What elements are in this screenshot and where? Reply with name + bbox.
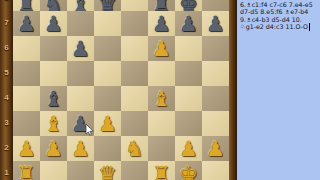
square-h4[interactable] — [202, 86, 229, 111]
square-b1[interactable] — [40, 161, 67, 180]
square-h3[interactable] — [202, 111, 229, 136]
square-d8[interactable]: ♛ — [94, 0, 121, 11]
square-d6[interactable] — [94, 36, 121, 61]
square-b2[interactable]: ♟ — [40, 136, 67, 161]
black-pawn-g7[interactable]: ♟ — [175, 11, 202, 36]
white-pawn-a2[interactable]: ♟ — [13, 136, 40, 161]
move-text: ♘g1-e2 d4:c3 11.O-O — [240, 23, 308, 30]
rank-label-7: 7 — [0, 18, 13, 28]
square-g3[interactable] — [175, 111, 202, 136]
square-a4[interactable] — [13, 86, 40, 111]
rank-label-6: 6 — [0, 43, 13, 53]
move-text: 9.♗c4-b3 d5-d4 10. — [240, 16, 302, 23]
square-e5[interactable] — [121, 61, 148, 86]
square-c5[interactable] — [67, 61, 94, 86]
white-pawn-f6[interactable]: ♟ — [148, 36, 175, 61]
text-caret — [309, 23, 310, 31]
move-text: 6.♗c1:f4 c7-c6 7.e4-e5 — [240, 1, 313, 8]
move-line: 6.♗c1:f4 c7-c6 7.e4-e5 — [237, 0, 320, 8]
square-b3[interactable]: ♝ — [40, 111, 67, 136]
square-d4[interactable] — [94, 86, 121, 111]
square-d2[interactable] — [94, 136, 121, 161]
move-list[interactable]: 6.♗c1:f4 c7-c6 7.e4-e5 d7-d5 8.e5:f6 ♗e7… — [237, 0, 320, 180]
square-b5[interactable] — [40, 61, 67, 86]
square-g4[interactable] — [175, 86, 202, 111]
square-c1[interactable] — [67, 161, 94, 180]
chess-app-screen: 8 7 6 5 4 3 2 1 ♜♞♝♛♜♚♟♟♟♟♟♟♟♝♝♝♟♟♟♟♟♞♟♟… — [0, 0, 320, 180]
white-knight-e2[interactable]: ♞ — [121, 136, 148, 161]
white-bishop-f4[interactable]: ♝ — [148, 86, 175, 111]
square-a8[interactable]: ♜ — [13, 0, 40, 11]
rank-label-strip: 8 7 6 5 4 3 2 1 — [0, 0, 13, 180]
square-c6[interactable]: ♟ — [67, 36, 94, 61]
square-e1[interactable] — [121, 161, 148, 180]
square-e6[interactable] — [121, 36, 148, 61]
square-g7[interactable]: ♟ — [175, 11, 202, 36]
white-king-g1[interactable]: ♚ — [175, 161, 202, 180]
square-f2[interactable] — [148, 136, 175, 161]
white-pawn-d3[interactable]: ♟ — [94, 111, 121, 136]
square-e4[interactable] — [121, 86, 148, 111]
square-f8[interactable]: ♜ — [148, 0, 175, 11]
square-c7[interactable] — [67, 11, 94, 36]
rank-label-1: 1 — [0, 168, 13, 178]
square-c2[interactable]: ♟ — [67, 136, 94, 161]
white-bishop-b3[interactable]: ♝ — [40, 111, 67, 136]
rank-label-4: 4 — [0, 93, 13, 103]
square-f5[interactable] — [148, 61, 175, 86]
square-e2[interactable]: ♞ — [121, 136, 148, 161]
square-g1[interactable]: ♚ — [175, 161, 202, 180]
move-line: 9.♗c4-b3 d5-d4 10. — [237, 16, 320, 23]
move-line: ♘g1-e2 d4:c3 11.O-O — [237, 23, 320, 31]
white-pawn-c2[interactable]: ♟ — [67, 136, 94, 161]
black-pawn-f7[interactable]: ♟ — [148, 11, 175, 36]
square-h1[interactable] — [202, 161, 229, 180]
mouse-cursor-icon — [85, 124, 94, 136]
square-e3[interactable] — [121, 111, 148, 136]
board-wood-edge — [229, 0, 237, 180]
square-d7[interactable] — [94, 11, 121, 36]
square-d3[interactable]: ♟ — [94, 111, 121, 136]
square-a1[interactable]: ♜ — [13, 161, 40, 180]
square-h8[interactable] — [202, 0, 229, 11]
square-a6[interactable] — [13, 36, 40, 61]
square-a7[interactable]: ♟ — [13, 11, 40, 36]
square-f4[interactable]: ♝ — [148, 86, 175, 111]
square-d5[interactable] — [94, 61, 121, 86]
square-a5[interactable] — [13, 61, 40, 86]
square-b6[interactable] — [40, 36, 67, 61]
square-h5[interactable] — [202, 61, 229, 86]
square-b7[interactable]: ♟ — [40, 11, 67, 36]
square-f7[interactable]: ♟ — [148, 11, 175, 36]
white-queen-d1[interactable]: ♛ — [94, 161, 121, 180]
square-c4[interactable] — [67, 86, 94, 111]
black-bishop-b4[interactable]: ♝ — [40, 86, 67, 111]
square-g5[interactable] — [175, 61, 202, 86]
move-line: d7-d5 8.e5:f6 ♗e7-b4 — [237, 8, 320, 15]
square-b8[interactable]: ♞ — [40, 0, 67, 11]
square-a2[interactable]: ♟ — [13, 136, 40, 161]
square-e8[interactable] — [121, 0, 148, 11]
black-pawn-c6[interactable]: ♟ — [67, 36, 94, 61]
rank-label-2: 2 — [0, 143, 13, 153]
square-a3[interactable] — [13, 111, 40, 136]
black-pawn-b7[interactable]: ♟ — [40, 11, 67, 36]
chess-board[interactable]: ♜♞♝♛♜♚♟♟♟♟♟♟♟♝♝♝♟♟♟♟♟♞♟♟♜♛♜♚ — [13, 0, 229, 180]
rank-label-5: 5 — [0, 68, 13, 78]
white-pawn-h2[interactable]: ♟ — [202, 136, 229, 161]
square-h2[interactable]: ♟ — [202, 136, 229, 161]
square-c8[interactable]: ♝ — [67, 0, 94, 11]
square-g2[interactable]: ♟ — [175, 136, 202, 161]
white-rook-a1[interactable]: ♜ — [13, 161, 40, 180]
white-pawn-b2[interactable]: ♟ — [40, 136, 67, 161]
square-f1[interactable]: ♜ — [148, 161, 175, 180]
square-h6[interactable] — [202, 36, 229, 61]
square-b4[interactable]: ♝ — [40, 86, 67, 111]
move-text: d7-d5 8.e5:f6 ♗e7-b4 — [240, 8, 308, 15]
rank-label-3: 3 — [0, 118, 13, 128]
square-f6[interactable]: ♟ — [148, 36, 175, 61]
rank-label-8: 8 — [0, 0, 13, 3]
square-g8[interactable]: ♚ — [175, 0, 202, 11]
square-h7[interactable]: ♟ — [202, 11, 229, 36]
square-e7[interactable] — [121, 11, 148, 36]
square-d1[interactable]: ♛ — [94, 161, 121, 180]
square-f3[interactable] — [148, 111, 175, 136]
square-g6[interactable] — [175, 36, 202, 61]
black-pawn-a7[interactable]: ♟ — [13, 11, 40, 36]
black-pawn-h7[interactable]: ♟ — [202, 11, 229, 36]
white-pawn-g2[interactable]: ♟ — [175, 136, 202, 161]
white-rook-f1[interactable]: ♜ — [148, 161, 175, 180]
